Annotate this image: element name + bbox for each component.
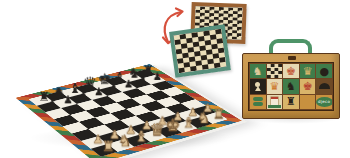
black-pawn: ♟ [59, 94, 77, 105]
guard-figure-tile-icon: ♛ [303, 66, 313, 77]
wood-tile [300, 95, 316, 109]
knight-rider-tile-icon: ♞ [253, 66, 263, 77]
green-badge [253, 102, 263, 106]
guard-figure-tile: ♛ [300, 64, 316, 78]
red-king-tile-icon: ♚ [303, 81, 313, 92]
matryoshka-king-tile: ♚ [283, 64, 299, 78]
black-knight-tile: ♞ [283, 79, 299, 93]
keyhole-icon [255, 86, 261, 91]
keyhole-tile [250, 79, 266, 93]
carry-case: ♞♚♛●♛♞♚♜djeco [242, 39, 340, 119]
logo-tile: djeco [316, 95, 332, 109]
board-square: ♜ [91, 144, 118, 157]
castle-tile [267, 95, 283, 109]
chess-board: ♜♞♝♛♚♝♞♜♟♟♟♟♟♟♟♟♟♟♟♟♟♟♟♟♜♞♝♛♚♝♞♜ [16, 64, 242, 158]
black-rook-tile: ♜ [283, 95, 299, 109]
case-body: ♞♚♛●♛♞♚♜djeco [242, 53, 340, 119]
checkerboard-tile [267, 64, 283, 78]
chess-board-grid: ♜♞♝♛♚♝♞♜♟♟♟♟♟♟♟♟♟♟♟♟♟♟♟♟♜♞♝♛♚♝♞♜ [29, 69, 228, 157]
product-photo: ♜♞♝♛♚♝♞♜♟♟♟♟♟♟♟♟♟♟♟♟♟♟♟♟♜♞♝♛♚♝♞♜ ♞♚♛●♛♞♚… [0, 0, 350, 158]
black-pawn: ♟ [75, 90, 93, 101]
board-square [161, 87, 185, 97]
dome-tile [316, 79, 332, 93]
tower-cap [271, 97, 278, 99]
white-rook: ♜ [98, 139, 118, 153]
black-knight-tile-icon: ♞ [286, 81, 296, 92]
knight-rider-tile: ♞ [250, 64, 266, 78]
black-pawn: ♟ [43, 98, 61, 109]
matryoshka-queen-tile-icon: ♛ [269, 81, 279, 92]
case-clasp [288, 56, 296, 60]
red-king-tile: ♚ [300, 79, 316, 93]
checker-piece-tile-icon: ● [319, 66, 329, 77]
chess-side-board [169, 24, 231, 77]
green-badge [253, 97, 263, 101]
castle-ground [268, 105, 282, 108]
djeco-logo: djeco [316, 97, 332, 107]
black-pawn: ♟ [105, 83, 122, 94]
matryoshka-king-tile-icon: ♚ [286, 66, 296, 77]
checker-piece-tile: ● [316, 64, 332, 78]
case-tile-grid: ♞♚♛●♛♞♚♜djeco [249, 63, 333, 110]
badges-tile [250, 95, 266, 109]
chess-pattern [174, 29, 227, 73]
black-pawn: ♟ [90, 87, 108, 98]
matryoshka-queen-tile: ♛ [267, 79, 283, 93]
dome-icon [319, 83, 330, 89]
white-knight: ♞ [115, 133, 134, 148]
case-front-panel: ♞♚♛●♛♞♚♜djeco [248, 62, 334, 111]
black-rook-tile-icon: ♜ [286, 96, 296, 107]
